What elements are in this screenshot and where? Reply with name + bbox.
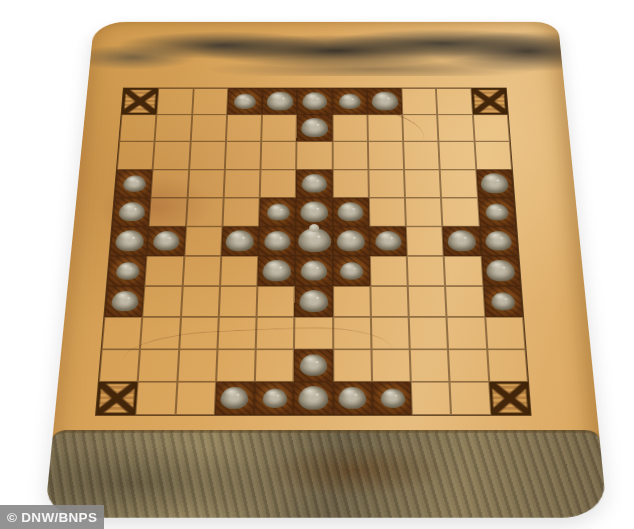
board-square[interactable] <box>407 256 446 286</box>
board-square[interactable] <box>408 286 447 317</box>
start-square[interactable] <box>227 88 263 114</box>
attacker-piece[interactable] <box>485 231 512 250</box>
board-square[interactable] <box>225 142 262 170</box>
board-square[interactable] <box>255 349 294 382</box>
start-square[interactable] <box>257 256 295 286</box>
board-square[interactable] <box>332 169 368 197</box>
king-piece[interactable] <box>298 228 331 252</box>
board-grid <box>96 88 530 415</box>
board-square[interactable] <box>409 317 449 349</box>
board-square[interactable] <box>138 349 179 382</box>
defender-piece[interactable] <box>340 262 363 279</box>
board-square[interactable] <box>402 88 438 114</box>
start-square[interactable] <box>333 382 373 415</box>
start-square[interactable] <box>107 256 147 286</box>
board-square[interactable] <box>371 317 410 349</box>
defender-piece[interactable] <box>262 260 290 281</box>
board-square[interactable] <box>447 317 487 349</box>
board-square[interactable] <box>261 115 297 142</box>
board-square[interactable] <box>217 317 256 349</box>
board-square[interactable] <box>296 142 332 170</box>
board-square[interactable] <box>119 115 156 142</box>
start-square[interactable] <box>147 226 186 256</box>
start-square[interactable] <box>483 286 523 317</box>
board-square[interactable] <box>184 226 222 256</box>
corner-square[interactable] <box>471 88 508 114</box>
board-square[interactable] <box>402 115 438 142</box>
defender-piece[interactable] <box>300 201 328 221</box>
board-square[interactable] <box>406 226 444 256</box>
board-square[interactable] <box>190 115 227 142</box>
board-square[interactable] <box>216 349 256 382</box>
board-square[interactable] <box>99 349 140 382</box>
start-square[interactable] <box>479 226 518 256</box>
corner-square[interactable] <box>122 88 159 114</box>
attacker-piece[interactable] <box>300 354 327 375</box>
board-square[interactable] <box>294 317 333 349</box>
board-square[interactable] <box>333 349 372 382</box>
start-square[interactable] <box>294 349 333 382</box>
board-square[interactable] <box>369 198 406 227</box>
attacker-piece[interactable] <box>118 202 145 221</box>
start-square[interactable] <box>258 226 296 256</box>
attacker-piece[interactable] <box>380 389 405 408</box>
attacker-piece[interactable] <box>153 231 180 250</box>
start-square[interactable] <box>332 198 369 227</box>
start-square[interactable] <box>296 198 333 227</box>
start-square[interactable] <box>443 226 482 256</box>
start-square[interactable] <box>297 88 332 114</box>
start-square[interactable] <box>215 382 255 415</box>
board-square[interactable] <box>441 198 479 227</box>
start-square[interactable] <box>295 226 332 256</box>
start-square[interactable] <box>372 382 412 415</box>
board-square[interactable] <box>370 286 409 317</box>
board-square[interactable] <box>175 382 216 415</box>
attacker-piece[interactable] <box>301 118 328 137</box>
defender-piece[interactable] <box>299 290 328 312</box>
board-square[interactable] <box>333 317 372 349</box>
board-square[interactable] <box>145 256 184 286</box>
start-square[interactable] <box>297 115 332 142</box>
attacker-piece[interactable] <box>486 260 516 281</box>
attacker-piece[interactable] <box>486 204 510 221</box>
board-square[interactable] <box>439 142 476 170</box>
board-square[interactable] <box>187 169 224 197</box>
board-square[interactable] <box>177 349 217 382</box>
start-square[interactable] <box>259 198 296 227</box>
defender-piece[interactable] <box>226 230 254 251</box>
board-square[interactable] <box>222 198 260 227</box>
attacker-piece[interactable] <box>298 386 328 410</box>
board-square[interactable] <box>157 88 194 114</box>
board-photo: © DNW/BNPS <box>0 0 634 529</box>
board-square[interactable] <box>136 382 177 415</box>
board-square[interactable] <box>410 349 450 382</box>
board-square[interactable] <box>368 142 404 170</box>
defender-piece[interactable] <box>302 174 327 192</box>
board-square[interactable] <box>450 382 491 415</box>
board-square[interactable] <box>440 169 478 197</box>
board-square[interactable] <box>179 317 219 349</box>
attacker-piece[interactable] <box>371 92 398 111</box>
board-square[interactable] <box>405 198 443 227</box>
defender-piece[interactable] <box>267 204 290 221</box>
board-square[interactable] <box>149 198 187 227</box>
defender-piece[interactable] <box>338 202 364 221</box>
board-square[interactable] <box>411 382 452 415</box>
board-square[interactable] <box>438 115 475 142</box>
start-square[interactable] <box>262 88 297 114</box>
board-square[interactable] <box>226 115 262 142</box>
attacker-piece[interactable] <box>302 92 326 109</box>
board-square[interactable] <box>485 317 525 349</box>
start-square[interactable] <box>481 256 520 286</box>
corner-square[interactable] <box>96 382 138 415</box>
board-square[interactable] <box>332 115 368 142</box>
attacker-piece[interactable] <box>115 262 139 279</box>
defender-piece[interactable] <box>337 230 365 251</box>
start-square[interactable] <box>295 256 333 286</box>
board-square[interactable] <box>367 115 403 142</box>
board-square[interactable] <box>444 256 483 286</box>
bark-bottom-edge <box>45 430 608 518</box>
attacker-piece[interactable] <box>234 94 256 109</box>
defender-piece[interactable] <box>264 231 290 250</box>
board-square[interactable] <box>153 142 190 170</box>
start-square[interactable] <box>369 226 407 256</box>
board-square[interactable] <box>181 286 220 317</box>
attacker-piece[interactable] <box>339 387 367 409</box>
attacker-piece[interactable] <box>491 293 516 311</box>
board-square[interactable] <box>332 142 368 170</box>
photo-credit-text: © DNW/BNPS <box>7 510 97 525</box>
attacker-piece[interactable] <box>122 175 146 191</box>
board-square[interactable] <box>151 169 189 197</box>
board-square[interactable] <box>192 88 228 114</box>
attacker-piece[interactable] <box>111 291 139 311</box>
start-square[interactable] <box>110 226 149 256</box>
board-square[interactable] <box>448 349 488 382</box>
board-square[interactable] <box>446 286 485 317</box>
start-square[interactable] <box>115 169 153 197</box>
attacker-piece[interactable] <box>481 173 509 193</box>
board-square[interactable] <box>186 198 224 227</box>
attacker-piece[interactable] <box>221 387 249 409</box>
start-square[interactable] <box>112 198 151 227</box>
board-square[interactable] <box>182 256 221 286</box>
hnefatafl-board <box>35 14 618 529</box>
board-square[interactable] <box>404 169 441 197</box>
start-square[interactable] <box>333 256 371 286</box>
start-square[interactable] <box>295 286 333 317</box>
board-square[interactable] <box>102 317 143 349</box>
start-square[interactable] <box>221 226 259 256</box>
board-square[interactable] <box>140 317 180 349</box>
photo-credit: © DNW/BNPS <box>0 505 104 529</box>
attacker-piece[interactable] <box>448 230 477 251</box>
board-square[interactable] <box>256 317 295 349</box>
board-square[interactable] <box>436 88 472 114</box>
board-square[interactable] <box>189 142 226 170</box>
board-square[interactable] <box>219 286 258 317</box>
defender-piece[interactable] <box>301 261 327 281</box>
attacker-piece[interactable] <box>339 94 361 109</box>
board-square[interactable] <box>224 169 261 197</box>
start-square[interactable] <box>254 382 294 415</box>
board-square[interactable] <box>142 286 182 317</box>
start-square[interactable] <box>476 169 514 197</box>
start-square[interactable] <box>294 382 333 415</box>
attacker-piece[interactable] <box>266 92 293 111</box>
attacker-piece[interactable] <box>262 389 287 408</box>
defender-piece[interactable] <box>375 231 401 250</box>
corner-square[interactable] <box>489 382 531 415</box>
board-square[interactable] <box>261 142 297 170</box>
board-square[interactable] <box>257 286 295 317</box>
bark-top-edge <box>89 22 564 76</box>
wooden-slab <box>45 22 608 518</box>
board-square[interactable] <box>220 256 258 286</box>
board-square[interactable] <box>370 256 408 286</box>
attacker-piece[interactable] <box>115 230 144 251</box>
board-square[interactable] <box>473 115 510 142</box>
board-square[interactable] <box>260 169 297 197</box>
board-square[interactable] <box>368 169 405 197</box>
start-square[interactable] <box>367 88 403 114</box>
start-square[interactable] <box>104 286 144 317</box>
board-square[interactable] <box>487 349 528 382</box>
board-square[interactable] <box>371 349 411 382</box>
start-square[interactable] <box>333 226 370 256</box>
board-square[interactable] <box>155 115 192 142</box>
board-square[interactable] <box>474 142 512 170</box>
start-square[interactable] <box>296 169 332 197</box>
board-square[interactable] <box>333 286 371 317</box>
board-square[interactable] <box>403 142 440 170</box>
start-square[interactable] <box>478 198 517 227</box>
board-square[interactable] <box>117 142 155 170</box>
start-square[interactable] <box>332 88 367 114</box>
